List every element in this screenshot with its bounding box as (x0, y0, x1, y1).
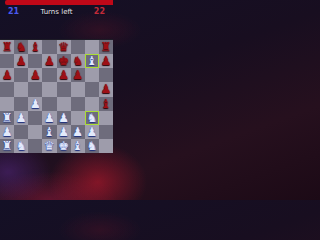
square-e5[interactable] (57, 82, 71, 96)
white-bishop: ♝ (86, 55, 97, 67)
white-rook: ♜ (2, 111, 13, 123)
red-bishop: ♝ (101, 97, 112, 109)
square-c3[interactable] (28, 111, 42, 125)
square-b2[interactable] (14, 125, 28, 139)
square-c2[interactable] (28, 125, 42, 139)
square-d6[interactable] (42, 68, 56, 82)
white-pawn: ♟ (44, 111, 55, 123)
square-g8[interactable] (85, 40, 99, 54)
square-a2[interactable]: ♟ (0, 125, 14, 139)
red-knight: ♞ (72, 55, 83, 67)
red-pawn: ♟ (44, 55, 55, 67)
square-d2[interactable]: ♝ (42, 125, 56, 139)
square-b5[interactable] (14, 82, 28, 96)
square-g1[interactable]: ♞ (85, 139, 99, 153)
square-g2[interactable]: ♟ (85, 125, 99, 139)
square-b6[interactable] (14, 68, 28, 82)
square-d7[interactable]: ♟ (42, 54, 56, 68)
square-c4[interactable]: ♟ (28, 97, 42, 111)
white-bishop: ♝ (44, 125, 55, 137)
square-c8[interactable]: ♝ (28, 40, 42, 54)
square-e8[interactable]: ♛ (57, 40, 71, 54)
white-pawn: ♟ (86, 125, 97, 137)
square-d3[interactable]: ♟ (42, 111, 56, 125)
square-h3[interactable] (99, 111, 113, 125)
chess-board: ♜♞♝♛♜♟♟♚♞♝♟♟♟♟♟♟♟♝♜♟♟♟♞♟♝♟♟♟♜♞♛♚♝♞ (0, 39, 113, 153)
red-rook: ♜ (2, 41, 13, 53)
white-knight: ♞ (86, 139, 97, 151)
white-knight: ♞ (16, 139, 27, 151)
square-e4[interactable] (57, 97, 71, 111)
square-f1[interactable]: ♝ (71, 139, 85, 153)
square-f3[interactable] (71, 111, 85, 125)
red-pawn: ♟ (72, 69, 83, 81)
square-f7[interactable]: ♞ (71, 54, 85, 68)
square-h1[interactable] (99, 139, 113, 153)
red-rook: ♜ (101, 41, 112, 53)
square-g7[interactable]: ♝ (85, 54, 99, 68)
turns-left-label: Turns left (40, 8, 72, 16)
square-a5[interactable] (0, 82, 14, 96)
square-f2[interactable]: ♟ (71, 125, 85, 139)
square-h4[interactable]: ♝ (99, 97, 113, 111)
square-e1[interactable]: ♚ (57, 139, 71, 153)
red-knight: ♞ (16, 41, 27, 53)
square-h2[interactable] (99, 125, 113, 139)
square-b7[interactable]: ♟ (14, 54, 28, 68)
square-a8[interactable]: ♜ (0, 40, 14, 54)
white-knight: ♞ (86, 111, 97, 123)
white-rook: ♜ (2, 139, 13, 151)
square-c5[interactable] (28, 82, 42, 96)
red-bishop: ♝ (30, 41, 41, 53)
white-king: ♚ (58, 139, 69, 151)
square-g4[interactable] (85, 97, 99, 111)
square-a7[interactable] (0, 54, 14, 68)
right-turn-counter: 22 (94, 7, 105, 16)
red-pawn: ♟ (30, 69, 41, 81)
square-g5[interactable] (85, 82, 99, 96)
square-b1[interactable]: ♞ (14, 139, 28, 153)
red-queen: ♛ (58, 41, 69, 53)
square-e7[interactable]: ♚ (57, 54, 71, 68)
square-c6[interactable]: ♟ (28, 68, 42, 82)
red-pawn: ♟ (101, 55, 112, 67)
left-turn-counter: 21 (8, 7, 19, 16)
square-e2[interactable]: ♟ (57, 125, 71, 139)
square-e3[interactable]: ♟ (57, 111, 71, 125)
white-queen: ♛ (44, 139, 55, 151)
square-h6[interactable] (99, 68, 113, 82)
red-pawn: ♟ (101, 83, 112, 95)
square-d1[interactable]: ♛ (42, 139, 56, 153)
square-h7[interactable]: ♟ (99, 54, 113, 68)
square-g3[interactable]: ♞ (85, 111, 99, 125)
white-pawn: ♟ (16, 111, 27, 123)
red-pawn: ♟ (2, 69, 13, 81)
square-a4[interactable] (0, 97, 14, 111)
square-d8[interactable] (42, 40, 56, 54)
square-f8[interactable] (71, 40, 85, 54)
square-a6[interactable]: ♟ (0, 68, 14, 82)
square-c1[interactable] (28, 139, 42, 153)
square-b4[interactable] (14, 97, 28, 111)
square-g6[interactable] (85, 68, 99, 82)
square-a3[interactable]: ♜ (0, 111, 14, 125)
square-f6[interactable]: ♟ (71, 68, 85, 82)
white-pawn: ♟ (72, 125, 83, 137)
white-pawn: ♟ (58, 111, 69, 123)
square-b3[interactable]: ♟ (14, 111, 28, 125)
square-f4[interactable] (71, 97, 85, 111)
white-pawn: ♟ (30, 97, 41, 109)
square-d4[interactable] (42, 97, 56, 111)
square-a1[interactable]: ♜ (0, 139, 14, 153)
square-h8[interactable]: ♜ (99, 40, 113, 54)
turn-counter-row: 21 Turns left 22 (0, 5, 113, 18)
red-pawn: ♟ (16, 55, 27, 67)
square-d5[interactable] (42, 82, 56, 96)
white-pawn: ♟ (2, 125, 13, 137)
red-king: ♚ (58, 55, 69, 67)
white-pawn: ♟ (58, 125, 69, 137)
square-b8[interactable]: ♞ (14, 40, 28, 54)
red-pawn: ♟ (58, 69, 69, 81)
square-c7[interactable] (28, 54, 42, 68)
white-bishop: ♝ (72, 139, 83, 151)
square-h5[interactable]: ♟ (99, 82, 113, 96)
square-e6[interactable]: ♟ (57, 68, 71, 82)
square-f5[interactable] (71, 82, 85, 96)
